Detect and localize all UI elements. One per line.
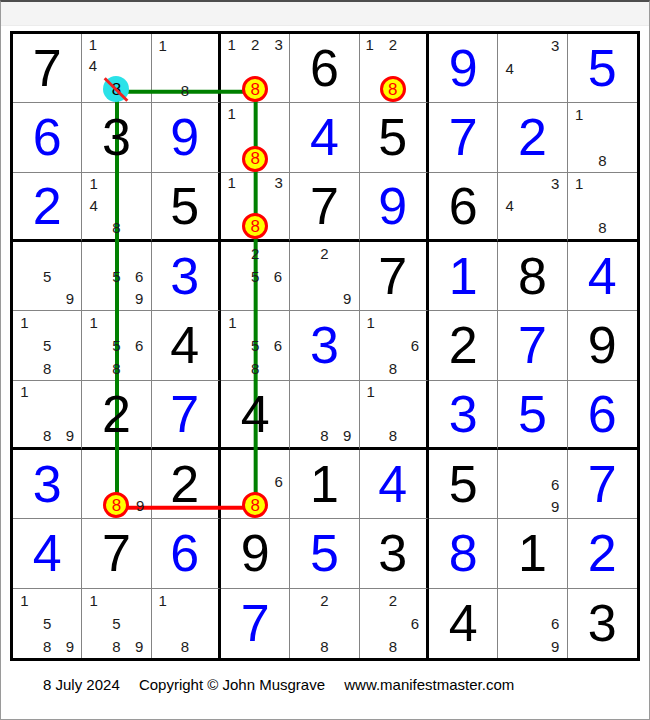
cell-r6c9[interactable]: 6: [568, 381, 637, 450]
chain-node-8: 8: [103, 492, 129, 518]
cell-r4c5[interactable]: 29: [290, 242, 359, 311]
mark-slot: 8: [380, 76, 406, 102]
mark-slot: 8: [242, 492, 268, 518]
candidate-4: 4: [498, 195, 521, 217]
candidate-1: 1: [13, 589, 36, 612]
cell-r3c7[interactable]: 6: [429, 173, 498, 242]
given-digit: 7: [82, 519, 150, 587]
page-background: 7148181238612893456391845721821485138796…: [0, 0, 650, 720]
candidates: 1238: [221, 34, 289, 102]
given-digit: 3: [360, 519, 426, 587]
candidate-8: 8: [36, 357, 59, 380]
eliminated-8: 8: [103, 76, 129, 102]
candidates: 158: [13, 311, 81, 379]
footer-copyright: Copyright © John Musgrave: [139, 676, 325, 693]
solved-digit: 5: [498, 381, 566, 447]
cell-r4c9[interactable]: 4: [568, 242, 637, 311]
given-digit: 9: [568, 311, 637, 379]
given-digit: 4: [152, 311, 218, 379]
mark-slot: 8: [242, 213, 268, 239]
candidates: 59: [13, 242, 81, 310]
cell-r9c8[interactable]: 69: [498, 589, 567, 658]
given-digit: 7: [13, 34, 81, 102]
cell-r1c1[interactable]: 7: [13, 34, 82, 103]
cell-r5c3[interactable]: 4: [152, 311, 221, 380]
candidate-1: 1: [221, 103, 242, 124]
candidates: 18: [568, 173, 637, 239]
candidate-2: 2: [382, 589, 404, 612]
cell-r1c9[interactable]: 5: [568, 34, 637, 103]
cell-r7c1[interactable]: 3: [13, 450, 82, 519]
candidate-8: 8: [105, 357, 128, 380]
chain-node-8: 8: [242, 213, 268, 239]
solved-digit: 9: [429, 34, 497, 102]
cell-r1c7[interactable]: 9: [429, 34, 498, 103]
candidate-2: 2: [242, 34, 268, 55]
cell-r8c8[interactable]: 1: [498, 519, 567, 588]
cell-r1c8[interactable]: 34: [498, 34, 567, 103]
cell-r8c9[interactable]: 2: [568, 519, 637, 588]
candidate-5: 5: [105, 334, 128, 357]
cell-r4c8[interactable]: 8: [498, 242, 567, 311]
cell-r7c3[interactable]: 2: [152, 450, 221, 519]
cell-r3c1[interactable]: 2: [13, 173, 82, 242]
candidate-3: 3: [544, 173, 567, 195]
candidate-8: 8: [382, 425, 404, 447]
candidates: 29: [290, 242, 358, 310]
candidate-5: 5: [244, 334, 267, 357]
cell-r4c7[interactable]: 1: [429, 242, 498, 311]
candidate-6: 6: [128, 334, 151, 357]
candidate-1: 1: [221, 173, 242, 193]
candidates: 1568: [221, 311, 289, 379]
solved-digit: 3: [13, 450, 81, 518]
solved-digit: 7: [152, 381, 218, 447]
cell-r3c4[interactable]: 138: [221, 173, 290, 242]
cell-r6c1[interactable]: 189: [13, 381, 82, 450]
solved-digit: 5: [568, 34, 637, 102]
cell-r6c8[interactable]: 5: [498, 381, 567, 450]
mark-slot: 8: [103, 492, 129, 518]
given-digit: 3: [568, 589, 637, 658]
chain-node-8: 8: [242, 146, 268, 172]
candidate-6: 6: [404, 334, 426, 357]
candidate-6: 6: [267, 265, 290, 288]
cell-r3c9[interactable]: 18: [568, 173, 637, 242]
cell-r1c4[interactable]: 1238: [221, 34, 290, 103]
candidates: 1589: [82, 589, 150, 658]
candidates: 18: [568, 103, 637, 171]
candidate-9: 9: [544, 496, 567, 519]
cell-r2c3[interactable]: 9: [152, 103, 221, 172]
cell-r3c2[interactable]: 148: [82, 173, 151, 242]
solved-digit: 2: [13, 173, 81, 239]
candidates: 69: [498, 589, 566, 658]
cell-r7c5[interactable]: 1: [290, 450, 359, 519]
candidates: 148: [82, 34, 150, 102]
candidate-9: 9: [336, 425, 359, 447]
candidate-8: 8: [313, 635, 336, 658]
cell-r1c6[interactable]: 128: [360, 34, 429, 103]
candidate-3: 3: [268, 34, 289, 55]
candidates: 189: [13, 381, 81, 447]
candidates: 148: [82, 173, 150, 239]
solved-digit: 6: [13, 103, 81, 171]
candidate-8: 8: [591, 149, 614, 172]
cell-r9c7[interactable]: 4: [429, 589, 498, 658]
solved-digit: 1: [429, 242, 497, 310]
cell-r9c6[interactable]: 268: [360, 589, 429, 658]
candidates: 34: [498, 173, 566, 239]
candidate-1: 1: [152, 589, 174, 612]
cell-r2c4[interactable]: 18: [221, 103, 290, 172]
candidate-8: 8: [105, 217, 128, 239]
solved-digit: 3: [152, 242, 218, 310]
cell-r2c8[interactable]: 2: [498, 103, 567, 172]
solved-digit: 5: [290, 519, 358, 587]
candidates: 268: [360, 589, 426, 658]
candidate-6: 6: [404, 612, 426, 635]
candidate-9: 9: [129, 492, 150, 518]
cell-r5c8[interactable]: 7: [498, 311, 567, 380]
candidates: 68: [221, 450, 289, 518]
candidate-9: 9: [128, 288, 151, 311]
cell-r5c9[interactable]: 9: [568, 311, 637, 380]
cell-r3c6[interactable]: 9: [360, 173, 429, 242]
given-digit: 5: [360, 103, 426, 171]
solved-digit: 4: [360, 450, 426, 518]
candidate-8: 8: [174, 635, 196, 658]
cell-r5c1[interactable]: 158: [13, 311, 82, 380]
candidate-9: 9: [59, 288, 82, 311]
cell-r1c5[interactable]: 6: [290, 34, 359, 103]
given-digit: 2: [429, 311, 497, 379]
candidate-1: 1: [82, 173, 105, 195]
cell-r5c4[interactable]: 1568: [221, 311, 290, 380]
cell-r7c7[interactable]: 5: [429, 450, 498, 519]
candidate-8: 8: [174, 80, 196, 103]
cell-r9c3[interactable]: 18: [152, 589, 221, 658]
candidate-1: 1: [13, 311, 36, 334]
candidate-3: 3: [544, 34, 567, 57]
cell-r7c4[interactable]: 68: [221, 450, 290, 519]
given-digit: 1: [498, 519, 566, 587]
given-digit: 7: [290, 173, 358, 239]
solved-digit: 4: [13, 519, 81, 587]
given-digit: 2: [152, 450, 218, 518]
candidates: 138: [221, 173, 289, 239]
candidates: 128: [360, 34, 426, 102]
chain-node-8: 8: [380, 76, 406, 102]
cell-r1c2[interactable]: 148: [82, 34, 151, 103]
candidate-6: 6: [544, 612, 567, 635]
solved-digit: 7: [498, 311, 566, 379]
candidate-5: 5: [36, 265, 59, 288]
given-digit: 1: [290, 450, 358, 518]
solved-digit: 7: [568, 450, 637, 518]
candidate-8: 8: [382, 357, 404, 380]
chain-node-8: 8: [242, 76, 268, 102]
mark-slot: 8: [103, 76, 129, 102]
candidate-1: 1: [360, 381, 382, 403]
cell-r7c9[interactable]: 7: [568, 450, 637, 519]
candidates: 89: [290, 381, 358, 447]
candidates: 28: [290, 589, 358, 658]
cell-r3c5[interactable]: 7: [290, 173, 359, 242]
candidate-8: 8: [382, 635, 404, 658]
candidate-1: 1: [82, 589, 105, 612]
cell-r6c6[interactable]: 18: [360, 381, 429, 450]
cell-r2c9[interactable]: 18: [568, 103, 637, 172]
solved-digit: 7: [221, 589, 289, 658]
cell-r6c4[interactable]: 4: [221, 381, 290, 450]
cell-r1c3[interactable]: 18: [152, 34, 221, 103]
cell-r5c7[interactable]: 2: [429, 311, 498, 380]
given-digit: 4: [221, 381, 289, 447]
solved-digit: 2: [568, 519, 637, 587]
given-digit: 9: [221, 519, 289, 587]
mark-slot: 8: [242, 76, 268, 102]
cell-r8c6[interactable]: 3: [360, 519, 429, 588]
solved-digit: 2: [498, 103, 566, 171]
candidate-8: 8: [313, 425, 336, 447]
candidate-1: 1: [360, 34, 380, 55]
cell-r9c4[interactable]: 7: [221, 589, 290, 658]
cell-r2c1[interactable]: 6: [13, 103, 82, 172]
candidate-1: 1: [221, 311, 244, 334]
candidate-9: 9: [544, 635, 567, 658]
given-digit: 7: [360, 242, 426, 310]
candidate-6: 6: [544, 473, 567, 496]
cell-r4c4[interactable]: 256: [221, 242, 290, 311]
candidate-3: 3: [268, 173, 289, 193]
cell-r5c5[interactable]: 3: [290, 311, 359, 380]
cell-r6c5[interactable]: 89: [290, 381, 359, 450]
chain-node-8: 8: [242, 492, 268, 518]
cell-r4c6[interactable]: 7: [360, 242, 429, 311]
candidate-8: 8: [244, 357, 267, 380]
candidate-1: 1: [568, 173, 591, 195]
cell-r8c3[interactable]: 6: [152, 519, 221, 588]
cell-r6c7[interactable]: 3: [429, 381, 498, 450]
top-bar: [1, 2, 649, 26]
solved-digit: 3: [290, 311, 358, 379]
given-digit: 5: [429, 450, 497, 518]
candidate-1: 1: [82, 311, 105, 334]
candidate-2: 2: [244, 242, 267, 265]
candidate-8: 8: [105, 635, 128, 658]
given-digit: 2: [82, 381, 150, 447]
candidates: 1568: [82, 311, 150, 379]
candidate-2: 2: [313, 589, 336, 612]
cell-r5c6[interactable]: 168: [360, 311, 429, 380]
candidates: 18: [152, 34, 218, 102]
solved-digit: 9: [360, 173, 426, 239]
solved-digit: 6: [568, 381, 637, 447]
candidate-9: 9: [59, 635, 82, 658]
candidate-5: 5: [105, 265, 128, 288]
cell-r8c7[interactable]: 8: [429, 519, 498, 588]
candidate-5: 5: [36, 612, 59, 635]
candidates: 18: [221, 103, 289, 171]
cell-r7c8[interactable]: 69: [498, 450, 567, 519]
cell-r8c5[interactable]: 5: [290, 519, 359, 588]
cell-r8c1[interactable]: 4: [13, 519, 82, 588]
candidate-9: 9: [59, 425, 82, 447]
candidate-1: 1: [82, 34, 103, 55]
solved-digit: 6: [152, 519, 218, 587]
candidate-1: 1: [568, 103, 591, 126]
candidate-8: 8: [591, 217, 614, 239]
candidate-1: 1: [13, 381, 36, 403]
cell-r3c8[interactable]: 34: [498, 173, 567, 242]
given-digit: 6: [290, 34, 358, 102]
candidate-4: 4: [498, 57, 521, 80]
candidate-4: 4: [82, 195, 105, 217]
sudoku-grid: 7148181238612893456391845721821485138796…: [13, 34, 637, 658]
cell-r9c2[interactable]: 1589: [82, 589, 151, 658]
cell-r5c2[interactable]: 1568: [82, 311, 151, 380]
footer-date: 8 July 2024: [43, 676, 120, 693]
candidates: 168: [360, 311, 426, 379]
given-digit: 4: [429, 589, 497, 658]
candidate-5: 5: [36, 334, 59, 357]
cell-r8c4[interactable]: 9: [221, 519, 290, 588]
candidate-1: 1: [152, 34, 174, 57]
candidates: 98: [82, 450, 150, 518]
solved-digit: 4: [290, 103, 358, 171]
cell-r8c2[interactable]: 7: [82, 519, 151, 588]
cell-r3c3[interactable]: 5: [152, 173, 221, 242]
given-digit: 8: [498, 242, 566, 310]
cell-r9c9[interactable]: 3: [568, 589, 637, 658]
candidate-5: 5: [105, 612, 128, 635]
candidate-1: 1: [221, 34, 242, 55]
cell-r4c3[interactable]: 3: [152, 242, 221, 311]
candidate-8: 8: [36, 425, 59, 447]
solved-digit: 7: [429, 103, 497, 171]
cell-r7c2[interactable]: 98: [82, 450, 151, 519]
cell-r9c5[interactable]: 28: [290, 589, 359, 658]
solved-digit: 9: [152, 103, 218, 171]
cell-r6c3[interactable]: 7: [152, 381, 221, 450]
given-digit: 6: [429, 173, 497, 239]
solved-digit: 3: [429, 381, 497, 447]
candidates: 569: [82, 242, 150, 310]
candidate-5: 5: [244, 265, 267, 288]
candidate-2: 2: [380, 34, 406, 55]
cell-r2c6[interactable]: 5: [360, 103, 429, 172]
solved-digit: 8: [429, 519, 497, 587]
candidate-6: 6: [267, 334, 290, 357]
candidate-8: 8: [36, 635, 59, 658]
cell-r6c2[interactable]: 2: [82, 381, 151, 450]
footer-website: www.manifestmaster.com: [344, 676, 514, 693]
candidate-4: 4: [82, 55, 103, 76]
cell-r2c5[interactable]: 4: [290, 103, 359, 172]
cell-r4c1[interactable]: 59: [13, 242, 82, 311]
given-digit: 3: [82, 103, 150, 171]
candidates: 69: [498, 450, 566, 518]
candidates: 1589: [13, 589, 81, 658]
cell-r2c7[interactable]: 7: [429, 103, 498, 172]
candidate-9: 9: [336, 288, 359, 311]
candidate-2: 2: [313, 242, 336, 265]
candidate-6: 6: [268, 471, 289, 492]
mark-slot: 8: [242, 146, 268, 172]
candidate-9: 9: [128, 635, 151, 658]
candidate-6: 6: [128, 265, 151, 288]
cell-r4c2[interactable]: 569: [82, 242, 151, 311]
given-digit: 5: [152, 173, 218, 239]
candidates: 34: [498, 34, 566, 102]
cell-r7c6[interactable]: 4: [360, 450, 429, 519]
cell-r9c1[interactable]: 1589: [13, 589, 82, 658]
candidate-1: 1: [360, 311, 382, 334]
candidates: 18: [360, 381, 426, 447]
candidates: 256: [221, 242, 289, 310]
cell-r2c2[interactable]: 3: [82, 103, 151, 172]
candidates: 18: [152, 589, 218, 658]
solved-digit: 4: [568, 242, 637, 310]
footer: 8 July 2024 Copyright © John Musgrave ww…: [43, 676, 514, 693]
sudoku-board[interactable]: 7148181238612893456391845721821485138796…: [10, 31, 640, 661]
